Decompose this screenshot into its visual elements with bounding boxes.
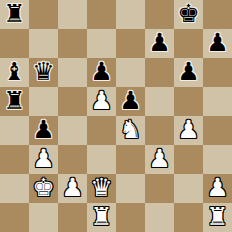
square-e1[interactable] — [116, 203, 145, 232]
square-a1[interactable] — [0, 203, 29, 232]
square-d7[interactable] — [87, 29, 116, 58]
square-d3[interactable] — [87, 145, 116, 174]
square-f6[interactable] — [145, 58, 174, 87]
piece-black-king-g8[interactable]: ♚ — [177, 1, 199, 26]
square-b3[interactable]: ♟ — [29, 145, 58, 174]
piece-white-pawn-h2[interactable]: ♟ — [206, 175, 228, 200]
square-g3[interactable] — [174, 145, 203, 174]
piece-black-pawn-e5[interactable]: ♟ — [119, 88, 141, 113]
piece-white-rook-h1[interactable]: ♜ — [206, 204, 228, 229]
square-d6[interactable]: ♟ — [87, 58, 116, 87]
square-f1[interactable] — [145, 203, 174, 232]
square-b6[interactable]: ♛ — [29, 58, 58, 87]
square-e4[interactable]: ♞ — [116, 116, 145, 145]
square-g7[interactable] — [174, 29, 203, 58]
square-f4[interactable] — [145, 116, 174, 145]
chess-board: ♜♚♟♟♝♛♟♟♜♟♟♟♞♟♟♟♚♟♛♟♜♜ — [0, 0, 232, 232]
square-d5[interactable]: ♟ — [87, 87, 116, 116]
square-h5[interactable] — [203, 87, 232, 116]
piece-white-pawn-d5[interactable]: ♟ — [90, 88, 112, 113]
square-c5[interactable] — [58, 87, 87, 116]
square-b7[interactable] — [29, 29, 58, 58]
square-c8[interactable] — [58, 0, 87, 29]
piece-black-queen-b6[interactable]: ♛ — [32, 59, 54, 84]
square-d4[interactable] — [87, 116, 116, 145]
square-a7[interactable] — [0, 29, 29, 58]
square-g4[interactable]: ♟ — [174, 116, 203, 145]
square-f8[interactable] — [145, 0, 174, 29]
piece-white-queen-d2[interactable]: ♛ — [90, 175, 112, 200]
square-d8[interactable] — [87, 0, 116, 29]
square-e3[interactable] — [116, 145, 145, 174]
square-f7[interactable]: ♟ — [145, 29, 174, 58]
piece-white-pawn-b3[interactable]: ♟ — [32, 146, 54, 171]
square-g8[interactable]: ♚ — [174, 0, 203, 29]
piece-white-knight-e4[interactable]: ♞ — [119, 117, 141, 142]
square-a6[interactable]: ♝ — [0, 58, 29, 87]
square-h2[interactable]: ♟ — [203, 174, 232, 203]
square-a2[interactable] — [0, 174, 29, 203]
square-e7[interactable] — [116, 29, 145, 58]
square-c1[interactable] — [58, 203, 87, 232]
square-a3[interactable] — [0, 145, 29, 174]
piece-white-pawn-g4[interactable]: ♟ — [177, 117, 199, 142]
piece-black-pawn-d6[interactable]: ♟ — [90, 59, 112, 84]
square-g6[interactable]: ♟ — [174, 58, 203, 87]
piece-white-pawn-f3[interactable]: ♟ — [148, 146, 170, 171]
square-e5[interactable]: ♟ — [116, 87, 145, 116]
square-h6[interactable] — [203, 58, 232, 87]
square-e6[interactable] — [116, 58, 145, 87]
square-h3[interactable] — [203, 145, 232, 174]
piece-black-pawn-b4[interactable]: ♟ — [32, 117, 54, 142]
square-a4[interactable] — [0, 116, 29, 145]
square-c3[interactable] — [58, 145, 87, 174]
square-b2[interactable]: ♚ — [29, 174, 58, 203]
square-a5[interactable]: ♜ — [0, 87, 29, 116]
square-f2[interactable] — [145, 174, 174, 203]
square-c7[interactable] — [58, 29, 87, 58]
square-d1[interactable]: ♜ — [87, 203, 116, 232]
square-b1[interactable] — [29, 203, 58, 232]
piece-black-pawn-h7[interactable]: ♟ — [206, 30, 228, 55]
piece-white-rook-d1[interactable]: ♜ — [90, 204, 112, 229]
piece-black-bishop-a6[interactable]: ♝ — [3, 59, 25, 84]
square-g2[interactable] — [174, 174, 203, 203]
square-b4[interactable]: ♟ — [29, 116, 58, 145]
square-e2[interactable] — [116, 174, 145, 203]
piece-white-king-b2[interactable]: ♚ — [32, 175, 54, 200]
square-g5[interactable] — [174, 87, 203, 116]
piece-black-rook-a5[interactable]: ♜ — [3, 88, 25, 113]
piece-black-pawn-f7[interactable]: ♟ — [148, 30, 170, 55]
square-g1[interactable] — [174, 203, 203, 232]
square-f5[interactable] — [145, 87, 174, 116]
square-h1[interactable]: ♜ — [203, 203, 232, 232]
square-c2[interactable]: ♟ — [58, 174, 87, 203]
piece-black-pawn-g6[interactable]: ♟ — [177, 59, 199, 84]
square-h8[interactable] — [203, 0, 232, 29]
square-e8[interactable] — [116, 0, 145, 29]
piece-black-rook-a8[interactable]: ♜ — [3, 1, 25, 26]
square-a8[interactable]: ♜ — [0, 0, 29, 29]
square-f3[interactable]: ♟ — [145, 145, 174, 174]
square-b5[interactable] — [29, 87, 58, 116]
square-h4[interactable] — [203, 116, 232, 145]
square-h7[interactable]: ♟ — [203, 29, 232, 58]
square-b8[interactable] — [29, 0, 58, 29]
square-c4[interactable] — [58, 116, 87, 145]
square-d2[interactable]: ♛ — [87, 174, 116, 203]
piece-white-pawn-c2[interactable]: ♟ — [61, 175, 83, 200]
square-c6[interactable] — [58, 58, 87, 87]
